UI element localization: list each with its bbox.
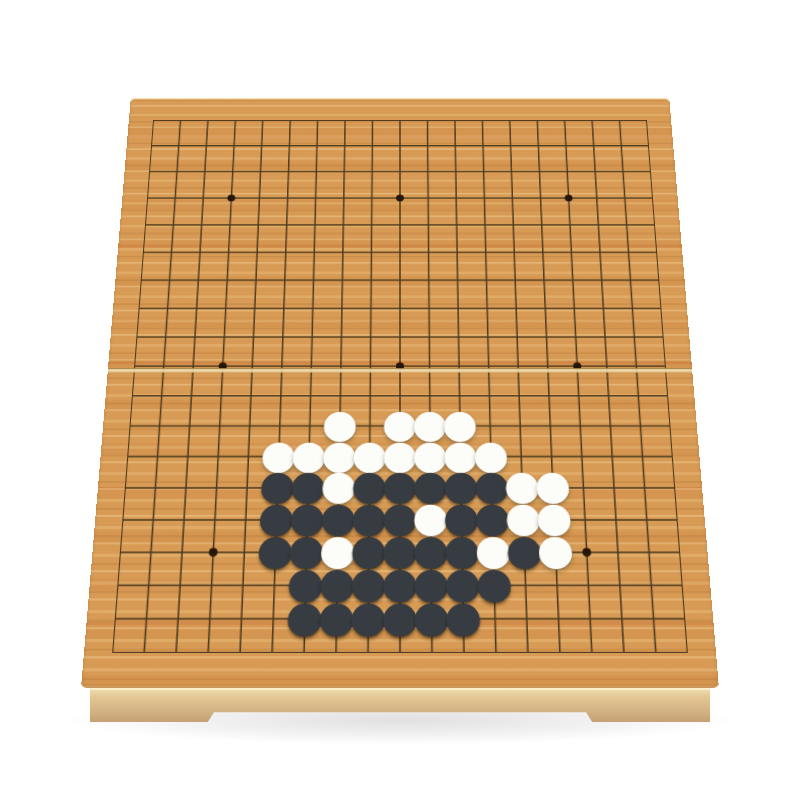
go-board: ●●●●●●●●●●●●●●●●●●●●●●●●●●●●●●●●●●●●●●●●… <box>81 98 719 688</box>
board-point-8-18: ● <box>320 602 352 636</box>
product-photo-scene: ●●●●●●●●●●●●●●●●●●●●●●●●●●●●●●●●●●●●●●●●… <box>0 0 800 800</box>
stones-layer: ●●●●●●●●●●●●●●●●●●●●●●●●●●●●●●●●●●●●●●●●… <box>95 107 705 670</box>
board-point-12-18: ● <box>447 602 479 636</box>
board-point-11-18: ● <box>416 602 448 636</box>
white-stone[interactable]: ● <box>536 529 575 571</box>
board-point-9-18: ● <box>352 602 384 636</box>
board-point-15-16: ● <box>539 536 572 569</box>
board-point-10-18: ● <box>384 602 416 636</box>
black-stone[interactable]: ● <box>444 595 483 639</box>
board-point-13-17: ● <box>478 568 510 601</box>
